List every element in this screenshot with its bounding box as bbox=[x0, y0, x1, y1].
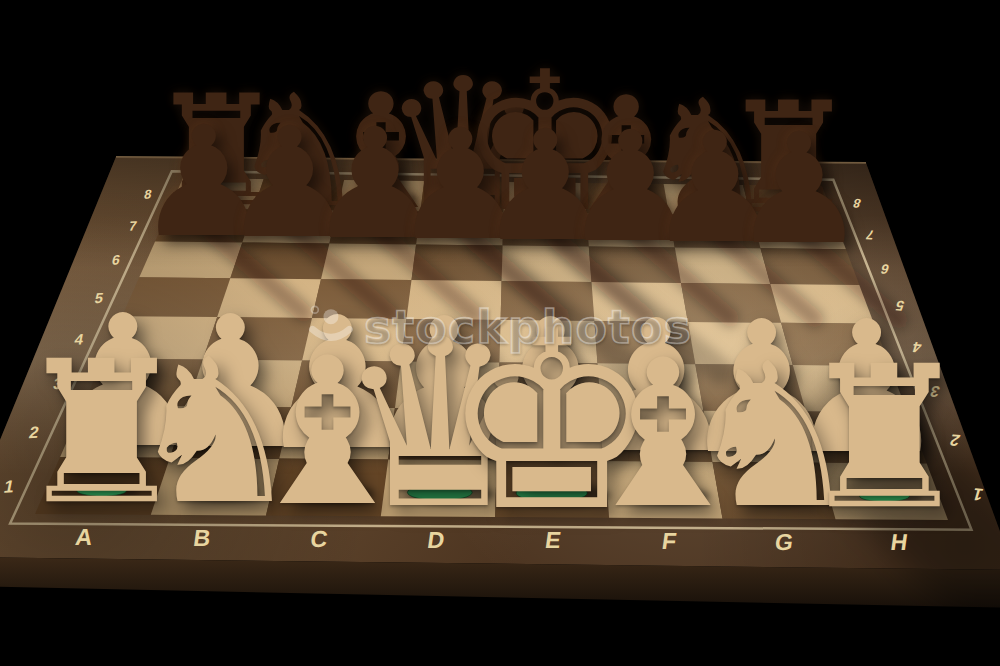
piece-black-pawn-h7[interactable]: ♟ bbox=[731, 114, 868, 266]
pieces-layer: ♜♞♝♛♚♝♞♜♟♟♟♟♟♟♟♟♟♟♟♟♟♟♟♟♜♞♝♛♚♝♞♜ bbox=[0, 0, 1000, 666]
piece-white-rook-h1[interactable]: ♜ bbox=[797, 340, 973, 536]
chess-photo-scene: 8765432187654321ABCDEFGH ♜♞♝♛♚♝♞♜♟♟♟♟♟♟♟… bbox=[0, 0, 1000, 666]
